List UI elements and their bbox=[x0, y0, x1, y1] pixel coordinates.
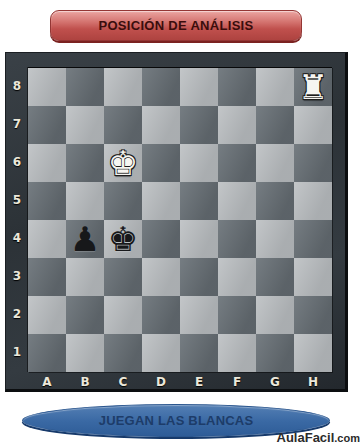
rank-label-8: 8 bbox=[6, 67, 28, 105]
square-e3[interactable] bbox=[180, 258, 218, 296]
square-b6[interactable] bbox=[66, 144, 104, 182]
square-h6[interactable] bbox=[294, 144, 332, 182]
watermark-name: AulaFacil bbox=[277, 430, 335, 445]
square-h7[interactable] bbox=[294, 106, 332, 144]
board-grid: ♜♚♟♚ bbox=[28, 67, 332, 372]
square-h5[interactable] bbox=[294, 182, 332, 220]
square-f1[interactable] bbox=[218, 334, 256, 372]
square-b2[interactable] bbox=[66, 296, 104, 334]
square-f5[interactable] bbox=[218, 182, 256, 220]
square-d4[interactable] bbox=[142, 220, 180, 258]
rank-labels: 87654321 bbox=[6, 67, 28, 371]
watermark-suffix: .com bbox=[334, 432, 360, 444]
square-a3[interactable] bbox=[28, 258, 66, 296]
square-c3[interactable] bbox=[104, 258, 142, 296]
square-c2[interactable] bbox=[104, 296, 142, 334]
square-b3[interactable] bbox=[66, 258, 104, 296]
square-g3[interactable] bbox=[256, 258, 294, 296]
file-label-c: C bbox=[104, 371, 142, 392]
square-d3[interactable] bbox=[142, 258, 180, 296]
square-c7[interactable] bbox=[104, 106, 142, 144]
square-b5[interactable] bbox=[66, 182, 104, 220]
file-label-h: H bbox=[294, 371, 332, 392]
rank-label-4: 4 bbox=[6, 219, 28, 257]
square-e6[interactable] bbox=[180, 144, 218, 182]
square-f6[interactable] bbox=[218, 144, 256, 182]
square-a2[interactable] bbox=[28, 296, 66, 334]
black-pawn[interactable]: ♟ bbox=[70, 222, 100, 256]
square-e8[interactable] bbox=[180, 68, 218, 106]
square-d6[interactable] bbox=[142, 144, 180, 182]
square-h4[interactable] bbox=[294, 220, 332, 258]
square-b1[interactable] bbox=[66, 334, 104, 372]
square-c5[interactable] bbox=[104, 182, 142, 220]
square-d5[interactable] bbox=[142, 182, 180, 220]
white-king[interactable]: ♚ bbox=[108, 146, 138, 180]
square-g7[interactable] bbox=[256, 106, 294, 144]
square-g2[interactable] bbox=[256, 296, 294, 334]
black-king[interactable]: ♚ bbox=[108, 222, 138, 256]
square-d8[interactable] bbox=[142, 68, 180, 106]
file-label-g: G bbox=[256, 371, 294, 392]
square-f3[interactable] bbox=[218, 258, 256, 296]
square-g8[interactable] bbox=[256, 68, 294, 106]
square-e5[interactable] bbox=[180, 182, 218, 220]
file-label-e: E bbox=[180, 371, 218, 392]
square-h3[interactable] bbox=[294, 258, 332, 296]
square-c4[interactable]: ♚ bbox=[104, 220, 142, 258]
square-c6[interactable]: ♚ bbox=[104, 144, 142, 182]
analysis-title: POSICIÓN DE ANÁLISIS bbox=[98, 18, 253, 33]
square-b4[interactable]: ♟ bbox=[66, 220, 104, 258]
file-label-b: B bbox=[66, 371, 104, 392]
square-a4[interactable] bbox=[28, 220, 66, 258]
chess-board: 87654321 ♜♚♟♚ ABCDEFGH bbox=[5, 52, 348, 392]
square-f2[interactable] bbox=[218, 296, 256, 334]
square-e7[interactable] bbox=[180, 106, 218, 144]
square-d7[interactable] bbox=[142, 106, 180, 144]
square-g1[interactable] bbox=[256, 334, 294, 372]
rank-label-5: 5 bbox=[6, 181, 28, 219]
square-a7[interactable] bbox=[28, 106, 66, 144]
square-b8[interactable] bbox=[66, 68, 104, 106]
analysis-title-banner: POSICIÓN DE ANÁLISIS bbox=[50, 10, 302, 41]
square-e4[interactable] bbox=[180, 220, 218, 258]
file-label-a: A bbox=[28, 371, 66, 392]
square-e2[interactable] bbox=[180, 296, 218, 334]
square-d1[interactable] bbox=[142, 334, 180, 372]
square-h8[interactable]: ♜ bbox=[294, 68, 332, 106]
file-labels: ABCDEFGH bbox=[28, 371, 332, 392]
square-c1[interactable] bbox=[104, 334, 142, 372]
square-a8[interactable] bbox=[28, 68, 66, 106]
square-e1[interactable] bbox=[180, 334, 218, 372]
rank-label-3: 3 bbox=[6, 257, 28, 295]
rank-label-2: 2 bbox=[6, 295, 28, 333]
white-rook[interactable]: ♜ bbox=[298, 70, 328, 104]
square-g6[interactable] bbox=[256, 144, 294, 182]
square-f4[interactable] bbox=[218, 220, 256, 258]
square-f8[interactable] bbox=[218, 68, 256, 106]
square-f7[interactable] bbox=[218, 106, 256, 144]
square-b7[interactable] bbox=[66, 106, 104, 144]
file-label-d: D bbox=[142, 371, 180, 392]
rank-label-1: 1 bbox=[6, 333, 28, 371]
square-a6[interactable] bbox=[28, 144, 66, 182]
rank-label-6: 6 bbox=[6, 143, 28, 181]
square-g5[interactable] bbox=[256, 182, 294, 220]
square-g4[interactable] bbox=[256, 220, 294, 258]
square-h2[interactable] bbox=[294, 296, 332, 334]
watermark: AulaFacil.com bbox=[277, 428, 360, 446]
file-label-f: F bbox=[218, 371, 256, 392]
page: POSICIÓN DE ANÁLISIS 87654321 ♜♚♟♚ ABCDE… bbox=[0, 0, 362, 447]
square-h1[interactable] bbox=[294, 334, 332, 372]
turn-label: JUEGAN LAS BLANCAS bbox=[99, 413, 254, 428]
rank-label-7: 7 bbox=[6, 105, 28, 143]
square-a5[interactable] bbox=[28, 182, 66, 220]
square-a1[interactable] bbox=[28, 334, 66, 372]
square-c8[interactable] bbox=[104, 68, 142, 106]
square-d2[interactable] bbox=[142, 296, 180, 334]
